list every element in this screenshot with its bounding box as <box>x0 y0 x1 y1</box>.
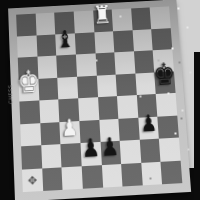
black-bishop-g6: ♝ <box>56 27 75 52</box>
black-pawn-b5: ♟ <box>81 135 100 161</box>
brand-text: CHESS <box>7 84 14 104</box>
black-pawn-b4: ♟ <box>101 134 121 160</box>
photo-edge-shadow <box>194 52 200 200</box>
black-king-e1: ♚ <box>152 59 176 90</box>
white-king-e8: ♚ <box>17 66 40 97</box>
black-pawn-c2: ♟ <box>139 112 157 136</box>
white-rook-h4: ♜ <box>93 2 113 28</box>
dust-specks <box>0 0 1 1</box>
white-pawn-c6: ♟ <box>61 116 79 140</box>
pieces-layer: ✥♜♝♚♚♟♟♟♟ <box>8 0 191 200</box>
brand-corner-logo: ✥ <box>27 174 37 186</box>
chessboard-photo: ✥♜♝♚♚♟♟♟♟ CHESS <box>0 0 200 200</box>
vinyl-board-mat: ✥♜♝♚♚♟♟♟♟ CHESS <box>8 0 191 200</box>
